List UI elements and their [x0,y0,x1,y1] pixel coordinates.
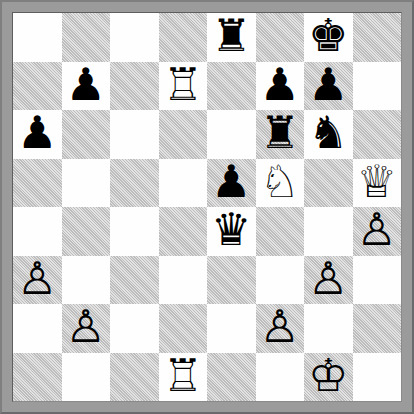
square-f7[interactable]: ♟ [256,62,305,111]
square-b2[interactable]: ♙ [62,304,111,353]
piece-black-pawn[interactable]: ♟ [211,159,251,206]
square-a7[interactable] [13,62,62,111]
square-c6[interactable] [110,110,159,159]
square-g3[interactable]: ♙ [304,256,353,305]
square-b6[interactable] [62,110,111,159]
square-b8[interactable] [62,13,111,62]
square-g1[interactable]: ♔ [304,353,353,402]
square-d6[interactable] [159,110,208,159]
piece-black-pawn[interactable]: ♟ [66,62,106,109]
square-g6[interactable]: ♞ [304,110,353,159]
square-c3[interactable] [110,256,159,305]
square-h1[interactable] [353,353,402,402]
square-c2[interactable] [110,304,159,353]
square-f5[interactable]: ♘ [256,159,305,208]
piece-white-knight[interactable]: ♘ [260,159,300,206]
square-d5[interactable] [159,159,208,208]
piece-black-pawn[interactable]: ♟ [260,62,300,109]
square-e4[interactable]: ♛ [207,207,256,256]
piece-white-pawn[interactable]: ♙ [260,304,300,351]
square-f3[interactable] [256,256,305,305]
piece-black-rook[interactable]: ♜ [260,110,300,157]
square-g7[interactable]: ♟ [304,62,353,111]
square-d2[interactable] [159,304,208,353]
piece-white-pawn[interactable]: ♙ [66,304,106,351]
piece-black-pawn[interactable]: ♟ [308,62,348,109]
square-f1[interactable] [256,353,305,402]
square-f6[interactable]: ♜ [256,110,305,159]
square-f4[interactable] [256,207,305,256]
square-a5[interactable] [13,159,62,208]
square-h4[interactable]: ♙ [353,207,402,256]
square-c4[interactable] [110,207,159,256]
square-e5[interactable]: ♟ [207,159,256,208]
square-c1[interactable] [110,353,159,402]
square-a2[interactable] [13,304,62,353]
piece-white-pawn[interactable]: ♙ [308,256,348,303]
piece-black-rook[interactable]: ♜ [211,13,251,60]
square-a4[interactable] [13,207,62,256]
square-b7[interactable]: ♟ [62,62,111,111]
square-g2[interactable] [304,304,353,353]
piece-black-pawn[interactable]: ♟ [17,110,57,157]
square-b1[interactable] [62,353,111,402]
square-h3[interactable] [353,256,402,305]
square-a3[interactable]: ♙ [13,256,62,305]
piece-white-rook[interactable]: ♖ [163,353,203,400]
square-e7[interactable] [207,62,256,111]
chess-board: ♜♚♟♖♟♟♟♜♞♟♘♕♛♙♙♙♙♙♖♔ [12,12,402,402]
square-h2[interactable] [353,304,402,353]
square-d3[interactable] [159,256,208,305]
square-e8[interactable]: ♜ [207,13,256,62]
piece-black-queen[interactable]: ♛ [211,207,251,254]
square-d7[interactable]: ♖ [159,62,208,111]
square-g8[interactable]: ♚ [304,13,353,62]
square-d4[interactable] [159,207,208,256]
square-a1[interactable] [13,353,62,402]
square-h6[interactable] [353,110,402,159]
piece-white-king[interactable]: ♔ [308,353,348,400]
square-c8[interactable] [110,13,159,62]
board-frame: ♜♚♟♖♟♟♟♜♞♟♘♕♛♙♙♙♙♙♖♔ [0,0,414,414]
square-h8[interactable] [353,13,402,62]
square-a6[interactable]: ♟ [13,110,62,159]
square-f2[interactable]: ♙ [256,304,305,353]
square-h7[interactable] [353,62,402,111]
square-e3[interactable] [207,256,256,305]
square-e2[interactable] [207,304,256,353]
piece-white-pawn[interactable]: ♙ [357,207,397,254]
square-c5[interactable] [110,159,159,208]
square-a8[interactable] [13,13,62,62]
square-g5[interactable] [304,159,353,208]
piece-black-knight[interactable]: ♞ [308,110,348,157]
square-b4[interactable] [62,207,111,256]
square-g4[interactable] [304,207,353,256]
square-e6[interactable] [207,110,256,159]
square-b5[interactable] [62,159,111,208]
piece-black-king[interactable]: ♚ [308,13,348,60]
square-c7[interactable] [110,62,159,111]
square-h5[interactable]: ♕ [353,159,402,208]
square-f8[interactable] [256,13,305,62]
square-d1[interactable]: ♖ [159,353,208,402]
square-d8[interactable] [159,13,208,62]
piece-white-queen[interactable]: ♕ [357,159,397,206]
square-e1[interactable] [207,353,256,402]
piece-white-rook[interactable]: ♖ [163,62,203,109]
square-b3[interactable] [62,256,111,305]
piece-white-pawn[interactable]: ♙ [17,256,57,303]
